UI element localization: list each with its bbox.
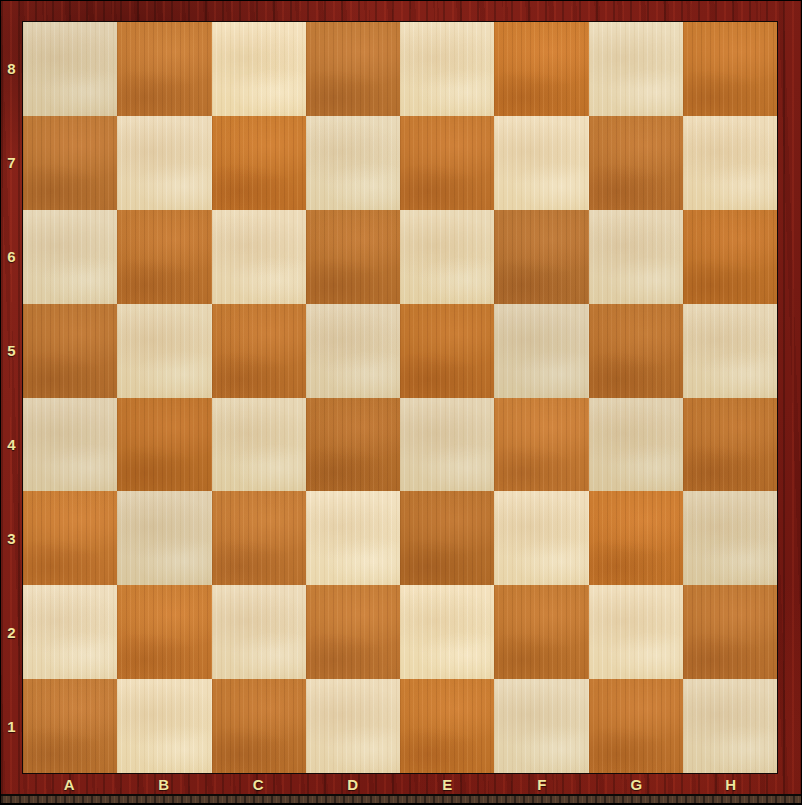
square-d5[interactable] (306, 304, 400, 398)
rank-labels: 87654321 (1, 21, 22, 774)
chess-board (22, 21, 778, 774)
square-g2[interactable] (589, 585, 683, 679)
square-f6[interactable] (494, 210, 588, 304)
square-g4[interactable] (589, 398, 683, 492)
square-h4[interactable] (683, 398, 777, 492)
square-e5[interactable] (400, 304, 494, 398)
square-b3[interactable] (117, 491, 211, 585)
file-label-d: D (306, 774, 401, 794)
square-b5[interactable] (117, 304, 211, 398)
square-e6[interactable] (400, 210, 494, 304)
square-f1[interactable] (494, 679, 588, 773)
square-g7[interactable] (589, 116, 683, 210)
square-b7[interactable] (117, 116, 211, 210)
rank-label-6: 6 (1, 209, 22, 303)
square-c3[interactable] (212, 491, 306, 585)
file-label-b: B (117, 774, 212, 794)
square-c5[interactable] (212, 304, 306, 398)
square-a5[interactable] (23, 304, 117, 398)
square-c8[interactable] (212, 22, 306, 116)
square-e1[interactable] (400, 679, 494, 773)
square-a6[interactable] (23, 210, 117, 304)
square-f7[interactable] (494, 116, 588, 210)
rank-label-4: 4 (1, 398, 22, 492)
square-h3[interactable] (683, 491, 777, 585)
square-d7[interactable] (306, 116, 400, 210)
square-h7[interactable] (683, 116, 777, 210)
rank-label-8: 8 (1, 21, 22, 115)
square-e7[interactable] (400, 116, 494, 210)
square-g5[interactable] (589, 304, 683, 398)
square-c7[interactable] (212, 116, 306, 210)
square-b4[interactable] (117, 398, 211, 492)
square-d2[interactable] (306, 585, 400, 679)
square-b6[interactable] (117, 210, 211, 304)
square-a3[interactable] (23, 491, 117, 585)
square-a1[interactable] (23, 679, 117, 773)
square-d8[interactable] (306, 22, 400, 116)
square-d4[interactable] (306, 398, 400, 492)
square-e8[interactable] (400, 22, 494, 116)
square-a7[interactable] (23, 116, 117, 210)
rank-label-7: 7 (1, 115, 22, 209)
square-h6[interactable] (683, 210, 777, 304)
square-d6[interactable] (306, 210, 400, 304)
file-label-e: E (400, 774, 495, 794)
square-g3[interactable] (589, 491, 683, 585)
file-label-c: C (211, 774, 306, 794)
square-c6[interactable] (212, 210, 306, 304)
square-f5[interactable] (494, 304, 588, 398)
square-b8[interactable] (117, 22, 211, 116)
rank-label-3: 3 (1, 492, 22, 586)
square-b2[interactable] (117, 585, 211, 679)
square-h8[interactable] (683, 22, 777, 116)
file-label-f: F (495, 774, 590, 794)
square-f2[interactable] (494, 585, 588, 679)
file-labels: ABCDEFGH (22, 774, 778, 794)
square-a8[interactable] (23, 22, 117, 116)
rank-label-2: 2 (1, 586, 22, 680)
square-h1[interactable] (683, 679, 777, 773)
file-label-h: H (684, 774, 779, 794)
rank-label-5: 5 (1, 303, 22, 397)
square-c1[interactable] (212, 679, 306, 773)
square-e3[interactable] (400, 491, 494, 585)
square-d3[interactable] (306, 491, 400, 585)
board-frame: 87654321 ABCDEFGH (0, 0, 802, 805)
square-f3[interactable] (494, 491, 588, 585)
square-g8[interactable] (589, 22, 683, 116)
square-a2[interactable] (23, 585, 117, 679)
square-a4[interactable] (23, 398, 117, 492)
square-e2[interactable] (400, 585, 494, 679)
square-e4[interactable] (400, 398, 494, 492)
square-g6[interactable] (589, 210, 683, 304)
square-c4[interactable] (212, 398, 306, 492)
rank-label-1: 1 (1, 680, 22, 774)
square-c2[interactable] (212, 585, 306, 679)
square-g1[interactable] (589, 679, 683, 773)
board-bottom-edge (1, 794, 801, 804)
square-d1[interactable] (306, 679, 400, 773)
square-b1[interactable] (117, 679, 211, 773)
square-f8[interactable] (494, 22, 588, 116)
file-label-a: A (22, 774, 117, 794)
square-h2[interactable] (683, 585, 777, 679)
file-label-g: G (589, 774, 684, 794)
square-h5[interactable] (683, 304, 777, 398)
square-f4[interactable] (494, 398, 588, 492)
